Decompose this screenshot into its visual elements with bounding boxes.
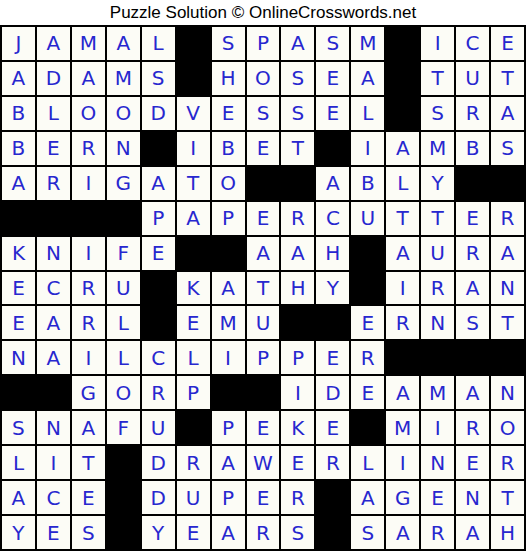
black-cell-r8c11 bbox=[350, 271, 385, 306]
black-cell-r11c2 bbox=[36, 375, 71, 410]
black-cell-r1c6 bbox=[176, 26, 211, 61]
letter-cell-r15c3: S bbox=[71, 515, 106, 550]
letter-cell-r3c15: A bbox=[490, 96, 525, 131]
letter-cell-r15c2: E bbox=[36, 515, 71, 550]
letter-cell-r3c14: R bbox=[455, 96, 490, 131]
letter-cell-r14c6: U bbox=[176, 480, 211, 515]
letter-cell-r13c9: E bbox=[280, 445, 315, 480]
letter-cell-r5c12: L bbox=[385, 166, 420, 201]
letter-cell-r2c11: A bbox=[350, 61, 385, 96]
letter-cell-r4c4: N bbox=[106, 131, 141, 166]
letter-cell-r3c4: O bbox=[106, 96, 141, 131]
crossword-grid: JAMALSPASMICEADAMSHOSEATUTBLOODVESSELSRA… bbox=[0, 25, 526, 551]
letter-cell-r1c8: P bbox=[246, 26, 281, 61]
letter-cell-r1c11: M bbox=[350, 26, 385, 61]
black-cell-r5c8 bbox=[246, 166, 281, 201]
letter-cell-r1c9: A bbox=[280, 26, 315, 61]
black-cell-r5c9 bbox=[280, 166, 315, 201]
letter-cell-r5c3: I bbox=[71, 166, 106, 201]
letter-cell-r7c5: E bbox=[141, 236, 176, 271]
black-cell-r1c12 bbox=[385, 26, 420, 61]
letter-cell-r15c6: E bbox=[176, 515, 211, 550]
black-cell-r2c6 bbox=[176, 61, 211, 96]
letter-cell-r15c12: A bbox=[385, 515, 420, 550]
letter-cell-r1c5: L bbox=[141, 26, 176, 61]
letter-cell-r6c13: T bbox=[420, 201, 455, 236]
letter-cell-r12c12: M bbox=[385, 410, 420, 445]
letter-cell-r4c12: A bbox=[385, 131, 420, 166]
letter-cell-r11c9: I bbox=[280, 375, 315, 410]
letter-cell-r15c1: Y bbox=[1, 515, 36, 550]
letter-cell-r4c13: M bbox=[420, 131, 455, 166]
letter-cell-r12c9: K bbox=[280, 410, 315, 445]
letter-cell-r3c7: E bbox=[211, 96, 246, 131]
letter-cell-r3c6: V bbox=[176, 96, 211, 131]
black-cell-r11c1 bbox=[1, 375, 36, 410]
letter-cell-r7c12: A bbox=[385, 236, 420, 271]
letter-cell-r15c15: H bbox=[490, 515, 525, 550]
letter-cell-r11c3: G bbox=[71, 375, 106, 410]
letter-cell-r7c14: R bbox=[455, 236, 490, 271]
black-cell-r9c9 bbox=[280, 305, 315, 340]
letter-cell-r15c5: Y bbox=[141, 515, 176, 550]
letter-cell-r13c6: R bbox=[176, 445, 211, 480]
letter-cell-r9c12: R bbox=[385, 305, 420, 340]
letter-cell-r9c13: N bbox=[420, 305, 455, 340]
letter-cell-r2c3: A bbox=[71, 61, 106, 96]
black-cell-r4c5 bbox=[141, 131, 176, 166]
letter-cell-r11c15: N bbox=[490, 375, 525, 410]
letter-cell-r1c10: S bbox=[315, 26, 350, 61]
black-cell-r7c6 bbox=[176, 236, 211, 271]
letter-cell-r14c9: R bbox=[280, 480, 315, 515]
letter-cell-r11c4: O bbox=[106, 375, 141, 410]
letter-cell-r10c11: R bbox=[350, 340, 385, 375]
letter-cell-r14c15: T bbox=[490, 480, 525, 515]
letter-cell-r8c6: K bbox=[176, 271, 211, 306]
letter-cell-r2c4: M bbox=[106, 61, 141, 96]
letter-cell-r12c4: F bbox=[106, 410, 141, 445]
letter-cell-r2c13: T bbox=[420, 61, 455, 96]
letter-cell-r2c5: S bbox=[141, 61, 176, 96]
letter-cell-r8c1: E bbox=[1, 271, 36, 306]
letter-cell-r15c8: R bbox=[246, 515, 281, 550]
letter-cell-r13c10: R bbox=[315, 445, 350, 480]
letter-cell-r12c10: E bbox=[315, 410, 350, 445]
letter-cell-r10c6: L bbox=[176, 340, 211, 375]
letter-cell-r12c8: E bbox=[246, 410, 281, 445]
letter-cell-r8c2: C bbox=[36, 271, 71, 306]
letter-cell-r11c12: A bbox=[385, 375, 420, 410]
letter-cell-r3c1: B bbox=[1, 96, 36, 131]
letter-cell-r6c11: U bbox=[350, 201, 385, 236]
letter-cell-r12c14: R bbox=[455, 410, 490, 445]
letter-cell-r7c13: U bbox=[420, 236, 455, 271]
letter-cell-r12c2: N bbox=[36, 410, 71, 445]
letter-cell-r14c13: E bbox=[420, 480, 455, 515]
black-cell-r15c4 bbox=[106, 515, 141, 550]
letter-cell-r12c1: S bbox=[1, 410, 36, 445]
letter-cell-r13c1: L bbox=[1, 445, 36, 480]
black-cell-r6c1 bbox=[1, 201, 36, 236]
letter-cell-r2c10: E bbox=[315, 61, 350, 96]
letter-cell-r1c3: M bbox=[71, 26, 106, 61]
letter-cell-r2c14: U bbox=[455, 61, 490, 96]
letter-cell-r7c2: N bbox=[36, 236, 71, 271]
letter-cell-r4c9: T bbox=[280, 131, 315, 166]
letter-cell-r7c8: A bbox=[246, 236, 281, 271]
letter-cell-r10c3: I bbox=[71, 340, 106, 375]
black-cell-r6c3 bbox=[71, 201, 106, 236]
letter-cell-r15c11: S bbox=[350, 515, 385, 550]
letter-cell-r8c13: R bbox=[420, 271, 455, 306]
black-cell-r4c10 bbox=[315, 131, 350, 166]
letter-cell-r2c15: T bbox=[490, 61, 525, 96]
letter-cell-r12c3: A bbox=[71, 410, 106, 445]
black-cell-r8c5 bbox=[141, 271, 176, 306]
letter-cell-r1c2: A bbox=[36, 26, 71, 61]
letter-cell-r10c8: P bbox=[246, 340, 281, 375]
letter-cell-r3c10: E bbox=[315, 96, 350, 131]
letter-cell-r1c1: J bbox=[1, 26, 36, 61]
letter-cell-r6c9: R bbox=[280, 201, 315, 236]
letter-cell-r3c8: S bbox=[246, 96, 281, 131]
letter-cell-r4c3: R bbox=[71, 131, 106, 166]
letter-cell-r6c8: E bbox=[246, 201, 281, 236]
black-cell-r7c11 bbox=[350, 236, 385, 271]
letter-cell-r3c5: D bbox=[141, 96, 176, 131]
letter-cell-r5c6: T bbox=[176, 166, 211, 201]
letter-cell-r3c11: L bbox=[350, 96, 385, 131]
letter-cell-r13c3: T bbox=[71, 445, 106, 480]
letter-cell-r5c11: B bbox=[350, 166, 385, 201]
letter-cell-r15c14: A bbox=[455, 515, 490, 550]
letter-cell-r10c7: I bbox=[211, 340, 246, 375]
letter-cell-r9c15: T bbox=[490, 305, 525, 340]
letter-cell-r13c5: D bbox=[141, 445, 176, 480]
letter-cell-r6c7: P bbox=[211, 201, 246, 236]
letter-cell-r8c12: I bbox=[385, 271, 420, 306]
letter-cell-r8c4: U bbox=[106, 271, 141, 306]
letter-cell-r10c1: N bbox=[1, 340, 36, 375]
letter-cell-r13c15: R bbox=[490, 445, 525, 480]
black-cell-r5c14 bbox=[455, 166, 490, 201]
letter-cell-r1c14: C bbox=[455, 26, 490, 61]
letter-cell-r14c2: C bbox=[36, 480, 71, 515]
letter-cell-r6c5: P bbox=[141, 201, 176, 236]
letter-cell-r1c7: S bbox=[211, 26, 246, 61]
letter-cell-r1c13: I bbox=[420, 26, 455, 61]
letter-cell-r5c1: A bbox=[1, 166, 36, 201]
letter-cell-r15c9: S bbox=[280, 515, 315, 550]
letter-cell-r10c5: C bbox=[141, 340, 176, 375]
black-cell-r3c12 bbox=[385, 96, 420, 131]
letter-cell-r5c4: G bbox=[106, 166, 141, 201]
letter-cell-r4c1: B bbox=[1, 131, 36, 166]
letter-cell-r10c9: P bbox=[280, 340, 315, 375]
letter-cell-r13c14: E bbox=[455, 445, 490, 480]
letter-cell-r12c5: U bbox=[141, 410, 176, 445]
letter-cell-r13c11: L bbox=[350, 445, 385, 480]
letter-cell-r9c3: R bbox=[71, 305, 106, 340]
letter-cell-r6c6: A bbox=[176, 201, 211, 236]
black-cell-r10c14 bbox=[455, 340, 490, 375]
letter-cell-r14c3: E bbox=[71, 480, 106, 515]
letter-cell-r7c4: F bbox=[106, 236, 141, 271]
black-cell-r5c15 bbox=[490, 166, 525, 201]
letter-cell-r5c2: R bbox=[36, 166, 71, 201]
letter-cell-r14c11: A bbox=[350, 480, 385, 515]
letter-cell-r8c9: H bbox=[280, 271, 315, 306]
letter-cell-r2c7: H bbox=[211, 61, 246, 96]
letter-cell-r10c10: E bbox=[315, 340, 350, 375]
letter-cell-r4c2: E bbox=[36, 131, 71, 166]
letter-cell-r9c7: M bbox=[211, 305, 246, 340]
letter-cell-r8c14: A bbox=[455, 271, 490, 306]
letter-cell-r2c9: S bbox=[280, 61, 315, 96]
black-cell-r10c15 bbox=[490, 340, 525, 375]
letter-cell-r12c13: I bbox=[420, 410, 455, 445]
letter-cell-r9c8: U bbox=[246, 305, 281, 340]
letter-cell-r14c1: A bbox=[1, 480, 36, 515]
letter-cell-r4c7: B bbox=[211, 131, 246, 166]
letter-cell-r9c11: E bbox=[350, 305, 385, 340]
letter-cell-r14c12: G bbox=[385, 480, 420, 515]
letter-cell-r11c13: M bbox=[420, 375, 455, 410]
letter-cell-r11c5: R bbox=[141, 375, 176, 410]
letter-cell-r9c4: L bbox=[106, 305, 141, 340]
letter-cell-r9c2: A bbox=[36, 305, 71, 340]
black-cell-r6c4 bbox=[106, 201, 141, 236]
black-cell-r10c13 bbox=[420, 340, 455, 375]
letter-cell-r5c5: A bbox=[141, 166, 176, 201]
letter-cell-r7c1: K bbox=[1, 236, 36, 271]
letter-cell-r9c14: S bbox=[455, 305, 490, 340]
letter-cell-r14c8: E bbox=[246, 480, 281, 515]
letter-cell-r4c15: S bbox=[490, 131, 525, 166]
letter-cell-r1c15: E bbox=[490, 26, 525, 61]
letter-cell-r3c2: L bbox=[36, 96, 71, 131]
letter-cell-r13c8: W bbox=[246, 445, 281, 480]
letter-cell-r11c11: E bbox=[350, 375, 385, 410]
letter-cell-r6c12: T bbox=[385, 201, 420, 236]
letter-cell-r3c13: S bbox=[420, 96, 455, 131]
letter-cell-r2c8: O bbox=[246, 61, 281, 96]
letter-cell-r14c14: N bbox=[455, 480, 490, 515]
letter-cell-r10c2: A bbox=[36, 340, 71, 375]
black-cell-r9c5 bbox=[141, 305, 176, 340]
letter-cell-r2c2: D bbox=[36, 61, 71, 96]
letter-cell-r7c9: A bbox=[280, 236, 315, 271]
letter-cell-r9c1: E bbox=[1, 305, 36, 340]
letter-cell-r5c10: A bbox=[315, 166, 350, 201]
letter-cell-r6c15: R bbox=[490, 201, 525, 236]
letter-cell-r6c14: E bbox=[455, 201, 490, 236]
black-cell-r7c7 bbox=[211, 236, 246, 271]
black-cell-r6c2 bbox=[36, 201, 71, 236]
black-cell-r12c6 bbox=[176, 410, 211, 445]
letter-cell-r8c7: A bbox=[211, 271, 246, 306]
black-cell-r13c4 bbox=[106, 445, 141, 480]
black-cell-r15c10 bbox=[315, 515, 350, 550]
letter-cell-r7c15: A bbox=[490, 236, 525, 271]
black-cell-r11c8 bbox=[246, 375, 281, 410]
letter-cell-r13c7: A bbox=[211, 445, 246, 480]
black-cell-r14c10 bbox=[315, 480, 350, 515]
letter-cell-r4c6: I bbox=[176, 131, 211, 166]
letter-cell-r14c5: D bbox=[141, 480, 176, 515]
letter-cell-r9c6: E bbox=[176, 305, 211, 340]
letter-cell-r10c4: L bbox=[106, 340, 141, 375]
letter-cell-r4c11: I bbox=[350, 131, 385, 166]
letter-cell-r11c6: P bbox=[176, 375, 211, 410]
letter-cell-r8c3: R bbox=[71, 271, 106, 306]
black-cell-r12c11 bbox=[350, 410, 385, 445]
letter-cell-r13c2: I bbox=[36, 445, 71, 480]
letter-cell-r14c7: P bbox=[211, 480, 246, 515]
letter-cell-r13c13: N bbox=[420, 445, 455, 480]
letter-cell-r15c7: A bbox=[211, 515, 246, 550]
letter-cell-r11c14: A bbox=[455, 375, 490, 410]
letter-cell-r12c7: P bbox=[211, 410, 246, 445]
letter-cell-r12c15: O bbox=[490, 410, 525, 445]
letter-cell-r8c8: T bbox=[246, 271, 281, 306]
letter-cell-r11c10: D bbox=[315, 375, 350, 410]
letter-cell-r8c15: N bbox=[490, 271, 525, 306]
letter-cell-r13c12: I bbox=[385, 445, 420, 480]
letter-cell-r5c13: Y bbox=[420, 166, 455, 201]
black-cell-r10c12 bbox=[385, 340, 420, 375]
letter-cell-r4c14: B bbox=[455, 131, 490, 166]
letter-cell-r7c10: H bbox=[315, 236, 350, 271]
letter-cell-r3c3: O bbox=[71, 96, 106, 131]
page-title: Puzzle Solution © OnlineCrosswords.net bbox=[0, 0, 526, 25]
letter-cell-r15c13: R bbox=[420, 515, 455, 550]
letter-cell-r7c3: I bbox=[71, 236, 106, 271]
black-cell-r2c12 bbox=[385, 61, 420, 96]
letter-cell-r6c10: C bbox=[315, 201, 350, 236]
letter-cell-r2c1: A bbox=[1, 61, 36, 96]
black-cell-r9c10 bbox=[315, 305, 350, 340]
black-cell-r14c4 bbox=[106, 480, 141, 515]
black-cell-r11c7 bbox=[211, 375, 246, 410]
letter-cell-r8c10: Y bbox=[315, 271, 350, 306]
letter-cell-r1c4: A bbox=[106, 26, 141, 61]
letter-cell-r4c8: E bbox=[246, 131, 281, 166]
letter-cell-r3c9: S bbox=[280, 96, 315, 131]
letter-cell-r5c7: O bbox=[211, 166, 246, 201]
